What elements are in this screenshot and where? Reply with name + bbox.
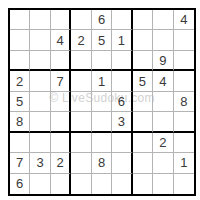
cell-r8c1[interactable]: 7 <box>10 153 30 173</box>
cell-r2c6[interactable]: 1 <box>112 30 132 50</box>
cell-r4c6[interactable] <box>112 71 132 91</box>
cell-r8c8[interactable] <box>153 153 173 173</box>
cell-r9c3[interactable] <box>51 174 71 194</box>
cell-r4c2[interactable] <box>30 71 50 91</box>
cell-r9c9[interactable] <box>174 174 194 194</box>
cell-r3c6[interactable] <box>112 51 132 71</box>
cell-r7c5[interactable] <box>92 133 112 153</box>
cell-r3c3[interactable] <box>51 51 71 71</box>
cell-r4c9[interactable] <box>174 71 194 91</box>
cell-r7c2[interactable] <box>30 133 50 153</box>
cell-r8c7[interactable] <box>133 153 153 173</box>
cell-r1c7[interactable] <box>133 10 153 30</box>
cell-r6c7[interactable] <box>133 112 153 132</box>
cell-r1c5[interactable]: 6 <box>92 10 112 30</box>
cell-r2c9[interactable] <box>174 30 194 50</box>
cell-r4c1[interactable]: 2 <box>10 71 30 91</box>
cell-r1c2[interactable] <box>30 10 50 30</box>
cell-r3c4[interactable] <box>71 51 91 71</box>
cell-r3c2[interactable] <box>30 51 50 71</box>
cell-r8c4[interactable] <box>71 153 91 173</box>
cell-r1c4[interactable] <box>71 10 91 30</box>
cell-r3c9[interactable] <box>174 51 194 71</box>
cell-r2c4[interactable]: 2 <box>71 30 91 50</box>
cell-r9c2[interactable] <box>30 174 50 194</box>
cell-r6c8[interactable] <box>153 112 173 132</box>
cell-r6c6[interactable]: 3 <box>112 112 132 132</box>
cell-r5c6[interactable]: 6 <box>112 92 132 112</box>
sudoku-grid[interactable]: 644251927154568832732816 <box>10 10 194 194</box>
cell-r9c6[interactable] <box>112 174 132 194</box>
cell-r3c7[interactable] <box>133 51 153 71</box>
cell-r2c7[interactable] <box>133 30 153 50</box>
cell-r6c2[interactable] <box>30 112 50 132</box>
cell-r9c5[interactable] <box>92 174 112 194</box>
cell-r1c1[interactable] <box>10 10 30 30</box>
cell-r5c1[interactable]: 5 <box>10 92 30 112</box>
cell-r7c9[interactable] <box>174 133 194 153</box>
cell-r7c4[interactable] <box>71 133 91 153</box>
cell-r6c1[interactable]: 8 <box>10 112 30 132</box>
cell-r2c1[interactable] <box>10 30 30 50</box>
cell-r6c5[interactable] <box>92 112 112 132</box>
cell-r3c5[interactable] <box>92 51 112 71</box>
cell-r4c7[interactable]: 5 <box>133 71 153 91</box>
cell-r7c8[interactable]: 2 <box>153 133 173 153</box>
cell-r4c8[interactable]: 4 <box>153 71 173 91</box>
cell-r8c9[interactable]: 1 <box>174 153 194 173</box>
cell-r5c9[interactable]: 8 <box>174 92 194 112</box>
cell-r8c6[interactable] <box>112 153 132 173</box>
cell-r8c3[interactable]: 2 <box>51 153 71 173</box>
cell-r4c4[interactable] <box>71 71 91 91</box>
cell-r2c5[interactable]: 5 <box>92 30 112 50</box>
cell-r2c3[interactable]: 4 <box>51 30 71 50</box>
cell-r5c5[interactable] <box>92 92 112 112</box>
sudoku-board: © LiveSudoku.com 64425192715456883273281… <box>8 8 196 196</box>
cell-r7c3[interactable] <box>51 133 71 153</box>
cell-r2c2[interactable] <box>30 30 50 50</box>
cell-r8c5[interactable]: 8 <box>92 153 112 173</box>
cell-r7c6[interactable] <box>112 133 132 153</box>
cell-r7c7[interactable] <box>133 133 153 153</box>
cell-r1c9[interactable]: 4 <box>174 10 194 30</box>
cell-r6c3[interactable] <box>51 112 71 132</box>
cell-r9c4[interactable] <box>71 174 91 194</box>
cell-r5c2[interactable] <box>30 92 50 112</box>
cell-r1c8[interactable] <box>153 10 173 30</box>
cell-r2c8[interactable] <box>153 30 173 50</box>
cell-r6c4[interactable] <box>71 112 91 132</box>
cell-r4c5[interactable]: 1 <box>92 71 112 91</box>
cell-r3c8[interactable]: 9 <box>153 51 173 71</box>
cell-r4c3[interactable]: 7 <box>51 71 71 91</box>
cell-r8c2[interactable]: 3 <box>30 153 50 173</box>
cell-r5c7[interactable] <box>133 92 153 112</box>
cell-r3c1[interactable] <box>10 51 30 71</box>
cell-r5c4[interactable] <box>71 92 91 112</box>
cell-r9c1[interactable]: 6 <box>10 174 30 194</box>
cell-r1c3[interactable] <box>51 10 71 30</box>
cell-r9c8[interactable] <box>153 174 173 194</box>
cell-r1c6[interactable] <box>112 10 132 30</box>
cell-r9c7[interactable] <box>133 174 153 194</box>
cell-r6c9[interactable] <box>174 112 194 132</box>
cell-r5c3[interactable] <box>51 92 71 112</box>
cell-r5c8[interactable] <box>153 92 173 112</box>
cell-r7c1[interactable] <box>10 133 30 153</box>
